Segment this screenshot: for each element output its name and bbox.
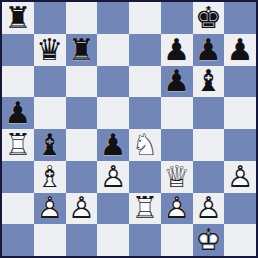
square-h7[interactable]: ♟ [224, 34, 256, 66]
square-b8[interactable] [34, 2, 66, 34]
square-g6[interactable]: ♝ [193, 66, 225, 98]
square-d3[interactable]: ♟♙ [97, 161, 129, 193]
square-e3[interactable] [129, 161, 161, 193]
square-b3[interactable]: ♝♗ [34, 161, 66, 193]
black-rook[interactable]: ♜ [66, 34, 98, 66]
black-rook[interactable]: ♜ [2, 2, 34, 34]
square-g8[interactable]: ♚ [193, 2, 225, 34]
black-pawn[interactable]: ♟ [161, 66, 193, 98]
square-e7[interactable] [129, 34, 161, 66]
black-queen[interactable]: ♛ [34, 34, 66, 66]
square-d4[interactable]: ♟ [97, 129, 129, 161]
black-pawn[interactable]: ♟ [224, 34, 256, 66]
square-e4[interactable]: ♞♘ [129, 129, 161, 161]
black-pawn[interactable]: ♟ [2, 97, 34, 129]
square-b6[interactable] [34, 66, 66, 98]
white-pawn[interactable]: ♟♙ [224, 161, 256, 193]
square-g7[interactable]: ♟ [193, 34, 225, 66]
square-f3[interactable]: ♛♕ [161, 161, 193, 193]
square-e6[interactable] [129, 66, 161, 98]
square-f4[interactable] [161, 129, 193, 161]
square-g1[interactable]: ♚♔ [193, 224, 225, 256]
square-h1[interactable] [224, 224, 256, 256]
black-pawn[interactable]: ♟ [97, 129, 129, 161]
square-f6[interactable]: ♟ [161, 66, 193, 98]
square-f5[interactable] [161, 97, 193, 129]
square-g5[interactable] [193, 97, 225, 129]
black-king[interactable]: ♚ [193, 2, 225, 34]
black-bishop[interactable]: ♝ [34, 129, 66, 161]
square-f1[interactable] [161, 224, 193, 256]
square-c5[interactable] [66, 97, 98, 129]
square-a5[interactable]: ♟ [2, 97, 34, 129]
square-a8[interactable]: ♜ [2, 2, 34, 34]
square-a1[interactable] [2, 224, 34, 256]
square-a6[interactable] [2, 66, 34, 98]
white-queen[interactable]: ♛♕ [161, 161, 193, 193]
square-c1[interactable] [66, 224, 98, 256]
square-f8[interactable] [161, 2, 193, 34]
square-g3[interactable] [193, 161, 225, 193]
white-rook[interactable]: ♜♖ [2, 129, 34, 161]
white-pawn[interactable]: ♟♙ [97, 161, 129, 193]
square-e8[interactable] [129, 2, 161, 34]
square-b2[interactable]: ♟♙ [34, 193, 66, 225]
square-g2[interactable]: ♟♙ [193, 193, 225, 225]
white-bishop[interactable]: ♝♗ [34, 161, 66, 193]
square-a4[interactable]: ♜♖ [2, 129, 34, 161]
square-h6[interactable] [224, 66, 256, 98]
square-c4[interactable] [66, 129, 98, 161]
square-c6[interactable] [66, 66, 98, 98]
chess-board-frame: ♜♚♛♜♟♟♟♟♝♟♜♖♝♟♞♘♝♗♟♙♛♕♟♙♟♙♟♙♜♖♟♙♟♙♚♔ [0, 0, 258, 258]
white-rook[interactable]: ♜♖ [129, 193, 161, 225]
square-g4[interactable] [193, 129, 225, 161]
square-c8[interactable] [66, 2, 98, 34]
square-e1[interactable] [129, 224, 161, 256]
black-pawn[interactable]: ♟ [161, 34, 193, 66]
square-e2[interactable]: ♜♖ [129, 193, 161, 225]
square-b1[interactable] [34, 224, 66, 256]
square-d6[interactable] [97, 66, 129, 98]
white-pawn[interactable]: ♟♙ [193, 193, 225, 225]
chess-board: ♜♚♛♜♟♟♟♟♝♟♜♖♝♟♞♘♝♗♟♙♛♕♟♙♟♙♟♙♜♖♟♙♟♙♚♔ [2, 2, 256, 256]
square-c3[interactable] [66, 161, 98, 193]
square-b5[interactable] [34, 97, 66, 129]
white-pawn[interactable]: ♟♙ [161, 193, 193, 225]
square-h2[interactable] [224, 193, 256, 225]
square-f7[interactable]: ♟ [161, 34, 193, 66]
square-f2[interactable]: ♟♙ [161, 193, 193, 225]
square-d8[interactable] [97, 2, 129, 34]
square-d2[interactable] [97, 193, 129, 225]
white-pawn[interactable]: ♟♙ [34, 193, 66, 225]
square-h4[interactable] [224, 129, 256, 161]
black-pawn[interactable]: ♟ [193, 34, 225, 66]
square-h5[interactable] [224, 97, 256, 129]
square-h8[interactable] [224, 2, 256, 34]
square-c2[interactable]: ♟♙ [66, 193, 98, 225]
square-a7[interactable] [2, 34, 34, 66]
square-d1[interactable] [97, 224, 129, 256]
square-a3[interactable] [2, 161, 34, 193]
square-d7[interactable] [97, 34, 129, 66]
white-king[interactable]: ♚♔ [193, 224, 225, 256]
white-knight[interactable]: ♞♘ [129, 129, 161, 161]
black-bishop[interactable]: ♝ [193, 66, 225, 98]
square-c7[interactable]: ♜ [66, 34, 98, 66]
square-b4[interactable]: ♝ [34, 129, 66, 161]
square-a2[interactable] [2, 193, 34, 225]
square-e5[interactable] [129, 97, 161, 129]
white-pawn[interactable]: ♟♙ [66, 193, 98, 225]
square-h3[interactable]: ♟♙ [224, 161, 256, 193]
square-b7[interactable]: ♛ [34, 34, 66, 66]
square-d5[interactable] [97, 97, 129, 129]
